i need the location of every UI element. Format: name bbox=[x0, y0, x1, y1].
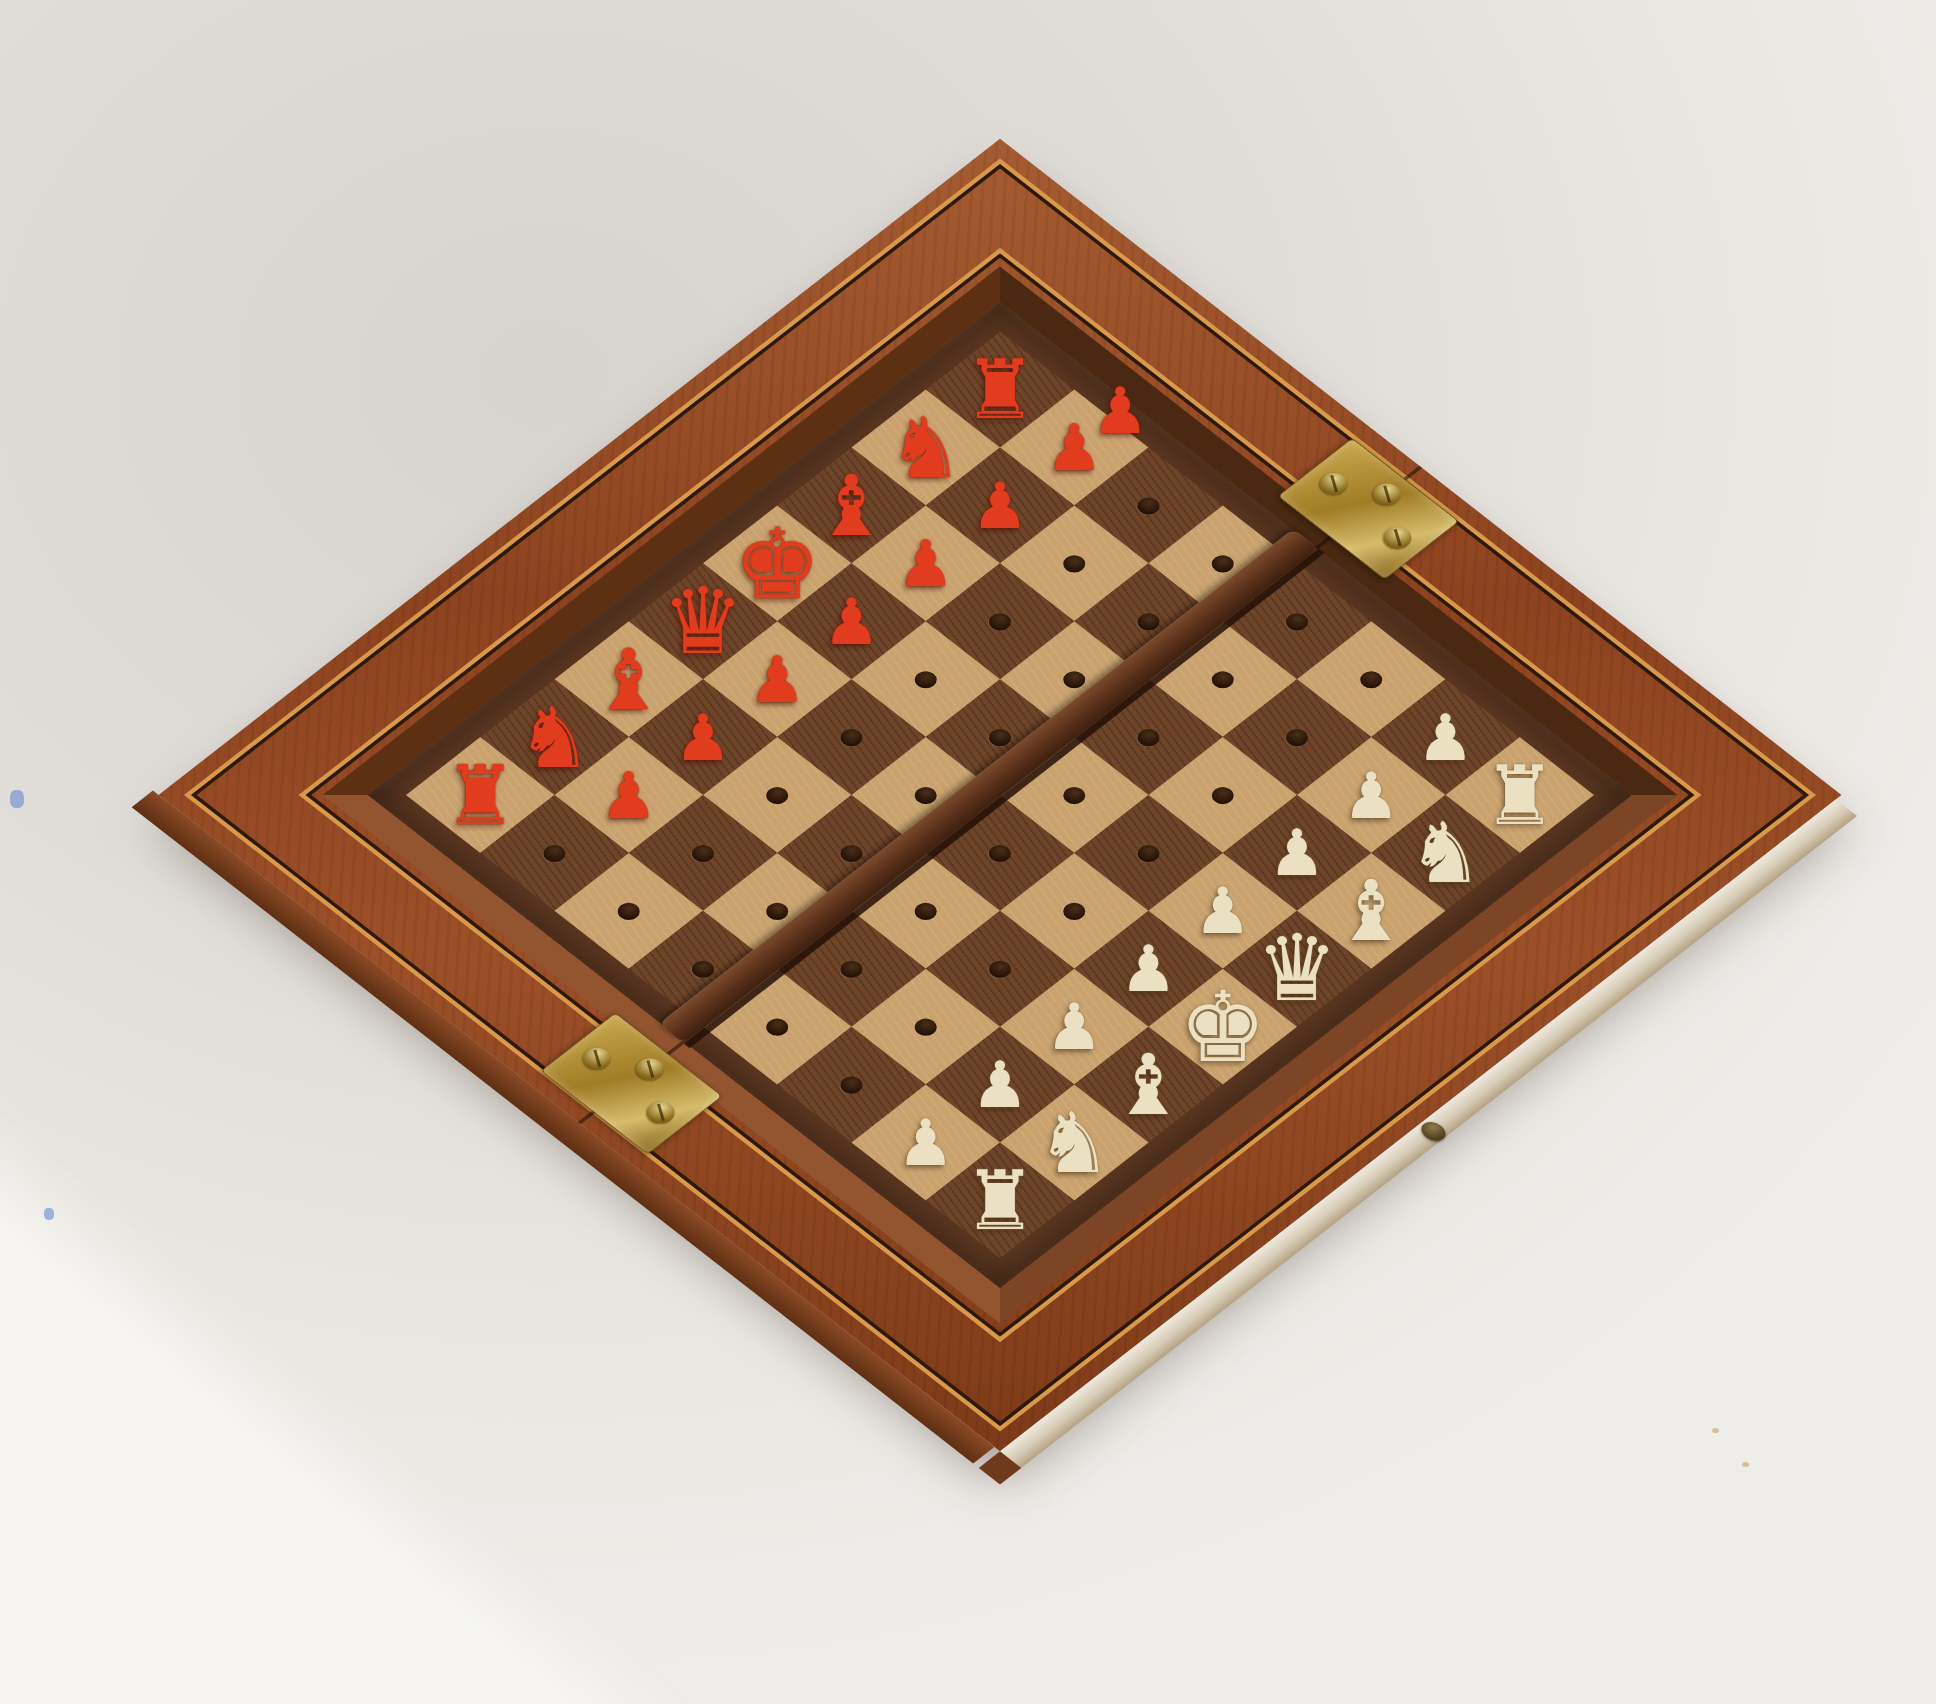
peg-hole-h5 bbox=[1207, 551, 1238, 575]
piece-red-pawn-offboard-margin[interactable]: ♟ bbox=[1092, 379, 1149, 443]
peg-hole-a6 bbox=[613, 899, 644, 923]
blue-smudge bbox=[10, 790, 24, 808]
piece-red-bishop-c8[interactable]: ♝ bbox=[591, 637, 666, 721]
peg-hole-c5 bbox=[836, 841, 867, 865]
peg-hole-c3 bbox=[984, 957, 1015, 981]
piece-white-queen-e1[interactable]: ♛ bbox=[1256, 923, 1338, 1015]
peg-hole-d5 bbox=[910, 783, 941, 807]
piece-red-pawn-g7[interactable]: ♟ bbox=[971, 473, 1028, 537]
piece-white-pawn-a2[interactable]: ♟ bbox=[897, 1110, 954, 1174]
peg-hole-f4 bbox=[1133, 725, 1164, 749]
peg-hole-d4 bbox=[984, 841, 1015, 865]
peg-hole-a4 bbox=[762, 1015, 793, 1039]
crumb-speck bbox=[1712, 1428, 1719, 1433]
peg-hole-f6 bbox=[984, 609, 1015, 633]
peg-hole-d3 bbox=[1059, 899, 1090, 923]
peg-hole-c4 bbox=[910, 899, 941, 923]
peg-hole-f3 bbox=[1207, 783, 1238, 807]
piece-red-pawn-b7[interactable]: ♟ bbox=[600, 763, 657, 827]
peg-hole-g6 bbox=[1059, 551, 1090, 575]
peg-hole-a7 bbox=[539, 841, 570, 865]
piece-white-rook-h1[interactable]: ♜ bbox=[1483, 754, 1557, 836]
blue-speck bbox=[44, 1208, 54, 1220]
piece-red-pawn-e7[interactable]: ♟ bbox=[823, 589, 880, 653]
chess-box: ♜♟♟♜♞♟♟♞♝♟♟♝♚♟♟♛♛♟♟♚♝♟♟♝♞♟♟♞♜♟♜ ♟ bbox=[159, 139, 1842, 1452]
piece-white-king-d1[interactable]: ♚ bbox=[1179, 978, 1267, 1076]
piece-white-pawn-c2[interactable]: ♟ bbox=[1046, 995, 1103, 1059]
peg-hole-e4 bbox=[1059, 783, 1090, 807]
hinge-screw bbox=[577, 1043, 617, 1074]
peg-hole-h6 bbox=[1133, 493, 1164, 517]
peg-hole-b3 bbox=[910, 1015, 941, 1039]
piece-red-rook-h8[interactable]: ♜ bbox=[963, 349, 1037, 431]
peg-hole-g4 bbox=[1207, 667, 1238, 691]
piece-white-pawn-d2[interactable]: ♟ bbox=[1120, 937, 1177, 1001]
piece-red-pawn-d7[interactable]: ♟ bbox=[749, 647, 806, 711]
piece-red-bishop-f8[interactable]: ♝ bbox=[814, 463, 889, 547]
peg-hole-c6 bbox=[762, 783, 793, 807]
piece-white-knight-b1[interactable]: ♞ bbox=[1037, 1100, 1112, 1184]
hinge-screw bbox=[1367, 479, 1407, 510]
piece-white-rook-a1[interactable]: ♜ bbox=[963, 1159, 1037, 1241]
peg-hole-e6 bbox=[910, 667, 941, 691]
piece-white-bishop-c1[interactable]: ♝ bbox=[1111, 1043, 1186, 1127]
peg-hole-h3 bbox=[1356, 667, 1387, 691]
peg-hole-b4 bbox=[836, 957, 867, 981]
hinge-screw bbox=[1378, 523, 1418, 554]
piece-red-pawn-c7[interactable]: ♟ bbox=[674, 705, 731, 769]
piece-white-knight-g1[interactable]: ♞ bbox=[1408, 811, 1483, 895]
peg-hole-e3 bbox=[1133, 841, 1164, 865]
peg-hole-a5 bbox=[687, 957, 718, 981]
piece-white-pawn-f2[interactable]: ♟ bbox=[1268, 821, 1325, 885]
piece-white-pawn-b2[interactable]: ♟ bbox=[971, 1053, 1028, 1117]
piece-red-knight-b8[interactable]: ♞ bbox=[517, 695, 592, 779]
peg-hole-b5 bbox=[762, 899, 793, 923]
piece-red-queen-d8[interactable]: ♛ bbox=[662, 575, 744, 667]
piece-white-pawn-e2[interactable]: ♟ bbox=[1194, 879, 1251, 943]
peg-hole-h4 bbox=[1281, 609, 1312, 633]
piece-red-king-e8[interactable]: ♚ bbox=[733, 514, 821, 612]
peg-hole-g5 bbox=[1133, 609, 1164, 633]
peg-hole-b6 bbox=[687, 841, 718, 865]
piece-red-knight-g8[interactable]: ♞ bbox=[888, 406, 963, 490]
piece-white-pawn-h2[interactable]: ♟ bbox=[1417, 705, 1474, 769]
peg-hole-g3 bbox=[1281, 725, 1312, 749]
peg-hole-a3 bbox=[836, 1072, 867, 1096]
piece-red-rook-a8[interactable]: ♜ bbox=[444, 754, 518, 836]
hinge-screw bbox=[1314, 468, 1354, 499]
piece-white-pawn-g2[interactable]: ♟ bbox=[1343, 763, 1400, 827]
peg-hole-d6 bbox=[836, 725, 867, 749]
hinge-screw bbox=[641, 1097, 681, 1128]
hinge-screw bbox=[630, 1054, 670, 1085]
peg-hole-f5 bbox=[1059, 667, 1090, 691]
photo-stage: ♜♟♟♜♞♟♟♞♝♟♟♝♚♟♟♛♛♟♟♚♝♟♟♝♞♟♟♞♜♟♜ ♟ bbox=[0, 0, 1936, 1704]
peg-hole-e5 bbox=[984, 725, 1015, 749]
crumb-speck bbox=[1742, 1462, 1749, 1467]
piece-red-pawn-f7[interactable]: ♟ bbox=[897, 531, 954, 595]
piece-white-bishop-f1[interactable]: ♝ bbox=[1334, 869, 1409, 953]
